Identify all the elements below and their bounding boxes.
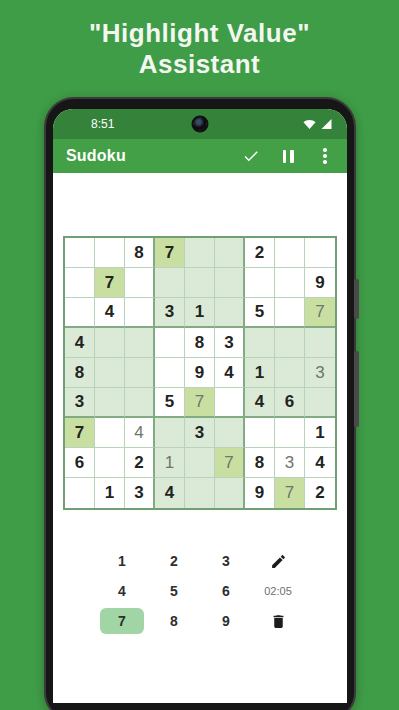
cell-r4c6[interactable]: 3 xyxy=(215,328,245,358)
cell-r9c5[interactable] xyxy=(185,478,215,508)
cell-r6c8[interactable]: 6 xyxy=(275,388,305,418)
phone-screen: 8:51 Sudoku 8727943157483 xyxy=(53,109,347,703)
cell-r6c9[interactable] xyxy=(305,388,335,418)
cell-r6c5[interactable]: 7 xyxy=(185,388,215,418)
poster-title-line2: Assistant xyxy=(0,49,399,80)
status-time: 8:51 xyxy=(91,117,114,131)
cell-r2c5[interactable] xyxy=(185,268,215,298)
cell-r3c7[interactable]: 5 xyxy=(245,298,275,328)
cell-r9c8[interactable]: 7 xyxy=(275,478,305,508)
sudoku-board: 8727943157483894133574674316217834134972 xyxy=(63,236,337,510)
cell-r1c8[interactable] xyxy=(275,238,305,268)
cell-r1c2[interactable] xyxy=(95,238,125,268)
cell-r1c9[interactable] xyxy=(305,238,335,268)
cell-r6c2[interactable] xyxy=(95,388,125,418)
phone-mockup: 8:51 Sudoku 8727943157483 xyxy=(44,97,356,710)
cell-r2c8[interactable] xyxy=(275,268,305,298)
check-icon[interactable] xyxy=(241,146,261,166)
cell-r9c2[interactable]: 1 xyxy=(95,478,125,508)
key-1[interactable]: 1 xyxy=(100,548,144,574)
game-area: 8727943157483894133574674316217834134972… xyxy=(53,173,347,703)
cell-r3c9[interactable]: 7 xyxy=(305,298,335,328)
cell-r9c1[interactable] xyxy=(65,478,95,508)
cell-r5c1[interactable]: 8 xyxy=(65,358,95,388)
cell-r2c9[interactable]: 9 xyxy=(305,268,335,298)
cell-r6c4[interactable]: 5 xyxy=(155,388,185,418)
delete-icon[interactable] xyxy=(256,608,300,634)
cell-r4c8[interactable] xyxy=(275,328,305,358)
cell-r4c3[interactable] xyxy=(125,328,155,358)
cell-r1c1[interactable] xyxy=(65,238,95,268)
cell-r4c4[interactable] xyxy=(155,328,185,358)
edit-icon[interactable] xyxy=(256,548,300,574)
cell-r8c2[interactable] xyxy=(95,448,125,478)
cell-r7c9[interactable]: 1 xyxy=(305,418,335,448)
cell-r1c3[interactable]: 8 xyxy=(125,238,155,268)
cell-r4c7[interactable] xyxy=(245,328,275,358)
poster-title-line1: "Highlight Value" xyxy=(0,18,399,49)
cell-r3c1[interactable] xyxy=(65,298,95,328)
cell-r9c4[interactable]: 4 xyxy=(155,478,185,508)
cell-r8c3[interactable]: 2 xyxy=(125,448,155,478)
camera-punch-hole xyxy=(192,116,209,133)
key-7[interactable]: 7 xyxy=(100,608,144,634)
cell-r9c7[interactable]: 9 xyxy=(245,478,275,508)
cell-r7c1[interactable]: 7 xyxy=(65,418,95,448)
signal-icon xyxy=(320,118,333,130)
key-4[interactable]: 4 xyxy=(100,578,144,604)
cell-r8c9[interactable]: 4 xyxy=(305,448,335,478)
cell-r2c3[interactable] xyxy=(125,268,155,298)
cell-r7c8[interactable] xyxy=(275,418,305,448)
cell-r7c7[interactable] xyxy=(245,418,275,448)
cell-r2c7[interactable] xyxy=(245,268,275,298)
cell-r2c6[interactable] xyxy=(215,268,245,298)
cell-r1c7[interactable]: 2 xyxy=(245,238,275,268)
cell-r3c4[interactable]: 3 xyxy=(155,298,185,328)
cell-r9c6[interactable] xyxy=(215,478,245,508)
poster-title: "Highlight Value" Assistant xyxy=(0,18,399,80)
cell-r4c9[interactable] xyxy=(305,328,335,358)
cell-r6c3[interactable] xyxy=(125,388,155,418)
cell-r1c6[interactable] xyxy=(215,238,245,268)
cell-r1c5[interactable] xyxy=(185,238,215,268)
cell-r8c5[interactable] xyxy=(185,448,215,478)
cell-r7c2[interactable] xyxy=(95,418,125,448)
cell-r5c4[interactable] xyxy=(155,358,185,388)
cell-r5c7[interactable]: 1 xyxy=(245,358,275,388)
cell-r8c7[interactable]: 8 xyxy=(245,448,275,478)
cell-r7c4[interactable] xyxy=(155,418,185,448)
cell-r2c2[interactable]: 7 xyxy=(95,268,125,298)
cell-r7c3[interactable]: 4 xyxy=(125,418,155,448)
cell-r9c3[interactable]: 3 xyxy=(125,478,155,508)
more-icon[interactable] xyxy=(315,146,335,166)
cell-r5c8[interactable] xyxy=(275,358,305,388)
cell-r4c1[interactable]: 4 xyxy=(65,328,95,358)
key-6[interactable]: 6 xyxy=(204,578,248,604)
cell-r5c5[interactable]: 9 xyxy=(185,358,215,388)
volume-button xyxy=(354,351,359,427)
cell-r5c2[interactable] xyxy=(95,358,125,388)
app-title: Sudoku xyxy=(66,147,126,165)
cell-r5c3[interactable] xyxy=(125,358,155,388)
cell-r4c2[interactable] xyxy=(95,328,125,358)
timer: 02:05 xyxy=(264,585,292,597)
power-button xyxy=(354,279,359,319)
cell-r6c1[interactable]: 3 xyxy=(65,388,95,418)
pause-icon[interactable] xyxy=(278,146,298,166)
cell-r1c4[interactable]: 7 xyxy=(155,238,185,268)
cell-r4c5[interactable]: 8 xyxy=(185,328,215,358)
cell-r3c5[interactable]: 1 xyxy=(185,298,215,328)
cell-r3c2[interactable]: 4 xyxy=(95,298,125,328)
cell-r8c4[interactable]: 1 xyxy=(155,448,185,478)
cell-r3c6[interactable] xyxy=(215,298,245,328)
cell-r3c3[interactable] xyxy=(125,298,155,328)
cell-r6c7[interactable]: 4 xyxy=(245,388,275,418)
cell-r6c6[interactable] xyxy=(215,388,245,418)
cell-r8c1[interactable]: 6 xyxy=(65,448,95,478)
cell-r7c6[interactable] xyxy=(215,418,245,448)
cell-r8c6[interactable]: 7 xyxy=(215,448,245,478)
cell-r9c9[interactable]: 2 xyxy=(305,478,335,508)
key-2[interactable]: 2 xyxy=(152,548,196,574)
key-5[interactable]: 5 xyxy=(152,578,196,604)
app-bar: Sudoku xyxy=(53,139,347,173)
status-bar: 8:51 xyxy=(53,109,347,139)
cell-r8c8[interactable]: 3 xyxy=(275,448,305,478)
numpad: 1 2 3 4 5 6 02:05 7 8 9 xyxy=(96,546,304,636)
cell-r2c4[interactable] xyxy=(155,268,185,298)
cell-r2c1[interactable] xyxy=(65,268,95,298)
cell-r5c6[interactable]: 4 xyxy=(215,358,245,388)
cell-r3c8[interactable] xyxy=(275,298,305,328)
key-3[interactable]: 3 xyxy=(204,548,248,574)
key-8[interactable]: 8 xyxy=(152,608,196,634)
cell-r5c9[interactable]: 3 xyxy=(305,358,335,388)
key-9[interactable]: 9 xyxy=(204,608,248,634)
cell-r7c5[interactable]: 3 xyxy=(185,418,215,448)
wifi-icon xyxy=(303,118,316,130)
